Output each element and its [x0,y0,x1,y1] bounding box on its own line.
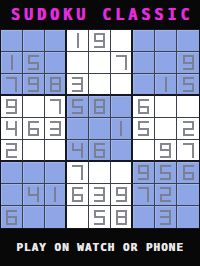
cell-r1c6[interactable] [111,30,133,52]
cell-r2c7[interactable] [133,52,155,74]
digit-5 [28,55,39,70]
digit-6 [28,121,39,136]
cell-r6c1[interactable] [1,140,23,162]
digit-9 [6,99,17,114]
cell-r1c1[interactable] [1,30,23,52]
digit-7 [183,143,194,158]
cell-r5c7[interactable] [133,118,155,140]
cell-r3c1[interactable] [1,74,23,96]
cell-r3c9[interactable] [177,74,199,96]
digit-9 [183,55,194,70]
cell-r3c4[interactable] [67,74,89,96]
digit-8 [116,210,127,225]
cell-r4c5[interactable] [89,96,111,118]
digit-5 [160,165,171,180]
digit-7 [138,187,149,202]
cell-r5c6[interactable] [111,118,133,140]
digit-8 [94,99,105,114]
digit-3 [94,187,105,202]
digit-4 [72,143,83,158]
cell-r3c6[interactable] [111,74,133,96]
cell-r5c9[interactable] [177,118,199,140]
cell-r6c6[interactable] [111,140,133,162]
digit-2 [160,187,171,202]
cell-r2c3[interactable] [45,52,67,74]
cell-r3c2[interactable] [23,74,45,96]
cell-r8c1[interactable] [1,184,23,206]
cell-r6c5[interactable] [89,140,111,162]
cell-r4c6[interactable] [111,96,133,118]
cell-r9c6[interactable] [111,206,133,228]
digit-2 [6,143,17,158]
cell-r5c5[interactable] [89,118,111,140]
cell-r4c2[interactable] [23,96,45,118]
cell-r8c4[interactable] [67,184,89,206]
cell-r5c8[interactable] [155,118,177,140]
cell-r9c8[interactable] [155,206,177,228]
digit-5 [72,99,83,114]
cell-r9c5[interactable] [89,206,111,228]
cell-r8c3[interactable] [45,184,67,206]
cell-r4c4[interactable] [67,96,89,118]
digit-6 [138,99,149,114]
cell-r1c2[interactable] [23,30,45,52]
cell-r9c1[interactable] [1,206,23,228]
digit-1 [160,77,171,92]
cell-r7c2[interactable] [23,162,45,184]
digit-1 [6,55,17,70]
cell-r6c4[interactable] [67,140,89,162]
cell-r6c9[interactable] [177,140,199,162]
cell-r4c7[interactable] [133,96,155,118]
digit-8 [50,77,61,92]
cell-r8c2[interactable] [23,184,45,206]
digit-9 [94,33,105,48]
digit-3 [72,77,83,92]
digit-4 [6,121,17,136]
cell-r8c8[interactable] [155,184,177,206]
cell-r7c1[interactable] [1,162,23,184]
footer: PLAY ON WATCH OR PHONE [0,229,200,266]
cell-r2c6[interactable] [111,52,133,74]
cell-r9c2[interactable] [23,206,45,228]
cell-r9c4[interactable] [67,206,89,228]
digit-5 [138,121,149,136]
cell-r2c5[interactable] [89,52,111,74]
digit-9 [160,143,171,158]
cell-r8c6[interactable] [111,184,133,206]
cell-r8c5[interactable] [89,184,111,206]
cell-r2c1[interactable] [1,52,23,74]
cell-r3c7[interactable] [133,74,155,96]
cell-r5c2[interactable] [23,118,45,140]
cell-r5c1[interactable] [1,118,23,140]
cell-r7c7[interactable] [133,162,155,184]
cell-r9c9[interactable] [177,206,199,228]
digit-1 [50,187,61,202]
cell-r1c3[interactable] [45,30,67,52]
cell-r7c3[interactable] [45,162,67,184]
digit-9 [116,187,127,202]
cell-r4c8[interactable] [155,96,177,118]
digit-6 [6,210,17,225]
digit-5 [94,210,105,225]
app-title: SUDOKU CLASSIC [7,6,193,24]
cell-r2c2[interactable] [23,52,45,74]
cell-r4c9[interactable] [177,96,199,118]
cell-r1c7[interactable] [133,30,155,52]
digit-7 [50,99,61,114]
cell-r6c8[interactable] [155,140,177,162]
cell-r7c6[interactable] [111,162,133,184]
cell-r5c4[interactable] [67,118,89,140]
cell-r9c7[interactable] [133,206,155,228]
digit-7 [6,77,17,92]
cell-r7c4[interactable] [67,162,89,184]
cell-r2c4[interactable] [67,52,89,74]
cell-r3c3[interactable] [45,74,67,96]
digit-6 [94,143,105,158]
digit-1 [72,33,83,48]
cell-r8c7[interactable] [133,184,155,206]
digit-6 [183,165,194,180]
cell-r2c8[interactable] [155,52,177,74]
digit-4 [28,187,39,202]
cell-r9c3[interactable] [45,206,67,228]
cell-r3c5[interactable] [89,74,111,96]
digit-1 [116,121,127,136]
cell-r4c3[interactable] [45,96,67,118]
cell-r5c3[interactable] [45,118,67,140]
digit-5 [183,77,194,92]
cell-r6c7[interactable] [133,140,155,162]
cell-r7c9[interactable] [177,162,199,184]
digit-3 [160,210,171,225]
cell-r1c4[interactable] [67,30,89,52]
footer-text: PLAY ON WATCH OR PHONE [16,241,184,254]
cell-r3c8[interactable] [155,74,177,96]
cell-r7c8[interactable] [155,162,177,184]
digit-9 [138,165,149,180]
digit-2 [183,121,194,136]
sudoku-board [0,29,200,229]
digit-3 [50,121,61,136]
cell-r1c9[interactable] [177,30,199,52]
app-screen: SUDOKU CLASSIC PLAY ON WATCH OR PHONE [0,0,200,266]
cell-r1c8[interactable] [155,30,177,52]
cell-r8c9[interactable] [177,184,199,206]
cell-r6c2[interactable] [23,140,45,162]
digit-6 [72,187,83,202]
digit-7 [116,55,127,70]
digit-9 [28,77,39,92]
title-bar: SUDOKU CLASSIC [0,0,200,29]
cell-r2c9[interactable] [177,52,199,74]
cell-r4c1[interactable] [1,96,23,118]
cell-r6c3[interactable] [45,140,67,162]
cell-r1c5[interactable] [89,30,111,52]
cell-r7c5[interactable] [89,162,111,184]
digit-7 [72,165,83,180]
